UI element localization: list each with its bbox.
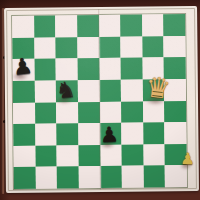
square-e4 [100,101,122,123]
square-e6 [99,58,121,80]
square-f3 [121,123,143,145]
square-h3 [165,122,187,144]
square-h4 [164,101,186,123]
square-b2 [35,145,57,167]
square-a8 [12,16,34,38]
square-c3 [56,123,78,145]
square-c5 [56,80,78,102]
square-c1 [57,167,79,189]
square-e7 [99,36,121,58]
square-b7 [34,37,56,59]
square-g1 [143,166,165,188]
square-h2 [165,144,187,166]
square-d4 [78,102,100,124]
square-e5 [99,80,121,102]
square-a5 [13,81,35,103]
square-g5 [143,79,165,101]
square-d2 [78,145,100,167]
square-g4 [143,101,165,123]
square-c4 [56,102,78,124]
square-a6 [13,59,35,81]
table-surface: ♟♞♟♛♟ [0,0,200,200]
square-f6 [121,58,143,80]
chess-board: ♟♞♟♛♟ [4,6,199,193]
square-b1 [35,167,57,189]
square-d8 [77,15,99,37]
square-b4 [35,102,57,124]
square-f5 [121,79,143,101]
square-a7 [12,37,34,59]
square-h7 [164,36,186,58]
square-c6 [56,58,78,80]
square-g6 [142,58,164,80]
square-c7 [56,37,78,59]
square-e1 [100,166,122,188]
square-b6 [34,59,56,81]
square-e2 [100,145,122,167]
square-f2 [122,144,144,166]
square-c8 [55,15,77,37]
square-d1 [79,166,101,188]
square-a3 [13,124,35,146]
square-a1 [14,167,36,189]
square-d7 [77,37,99,59]
square-b5 [34,80,56,102]
square-b8 [34,15,56,37]
square-g7 [142,36,164,58]
square-b3 [35,124,57,146]
square-f8 [120,15,142,37]
square-h1 [165,165,187,187]
square-f7 [120,36,142,58]
square-f4 [121,101,143,123]
square-f1 [122,166,144,188]
square-c2 [57,145,79,167]
square-h6 [164,57,186,79]
square-d5 [78,80,100,102]
square-g8 [142,14,164,36]
square-h5 [164,79,186,101]
square-e3 [100,123,122,145]
square-e8 [99,15,121,37]
square-g2 [143,144,165,166]
square-g3 [143,122,165,144]
square-d6 [77,58,99,80]
square-a4 [13,102,35,124]
square-a2 [13,145,35,167]
square-d3 [78,123,100,145]
square-h8 [163,14,185,36]
